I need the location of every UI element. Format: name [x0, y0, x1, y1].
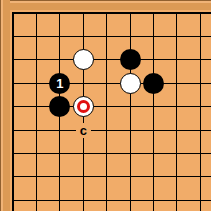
white-stone-D17 [73, 49, 94, 70]
white-stone-F16 [120, 73, 141, 94]
grid-line-horizontal [12, 12, 211, 14]
grid-line-vertical [12, 12, 14, 211]
move-number: 1 [56, 76, 63, 89]
black-stone-G16 [143, 73, 164, 94]
point-label-c: c [76, 123, 91, 138]
grid-line-vertical [130, 12, 131, 211]
grid-line-horizontal [12, 200, 211, 201]
grid-line-horizontal [12, 106, 211, 107]
go-board: 1c [0, 0, 211, 211]
black-stone-C15 [49, 96, 70, 117]
grid-line-vertical [200, 12, 201, 211]
circle-mark-icon [77, 100, 90, 113]
white-stone-D15 [73, 96, 94, 117]
grid-line-vertical [106, 12, 107, 211]
grid-line-horizontal [12, 83, 211, 84]
board-frame-left [0, 0, 10, 211]
grid-line-vertical [36, 12, 37, 211]
grid-line-vertical [153, 12, 154, 211]
grid-line-horizontal [12, 36, 211, 37]
grid-line-horizontal [12, 176, 211, 177]
grid-line-horizontal [12, 130, 211, 131]
black-stone-C16: 1 [49, 73, 70, 94]
grid-line-horizontal [12, 153, 211, 154]
board-frame-top [0, 0, 211, 10]
go-corner-diagram: 1c [0, 0, 211, 211]
grid-line-vertical [176, 12, 177, 211]
black-stone-F17 [120, 49, 141, 70]
grid-line-horizontal [12, 59, 211, 60]
